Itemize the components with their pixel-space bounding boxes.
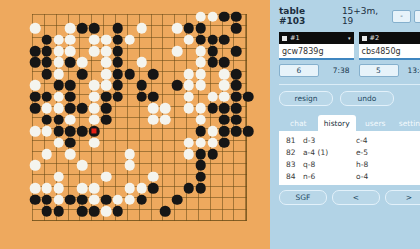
board-cell[interactable] xyxy=(168,54,180,65)
board-cell[interactable] xyxy=(192,214,204,225)
board-cell[interactable] xyxy=(144,42,156,53)
board-cell[interactable] xyxy=(121,77,133,88)
board-cell[interactable] xyxy=(227,111,239,122)
board-cell[interactable] xyxy=(85,134,97,145)
board-cell[interactable] xyxy=(180,77,192,88)
board-cell[interactable] xyxy=(204,111,216,122)
board-cell[interactable] xyxy=(133,100,145,111)
board-cell[interactable] xyxy=(85,77,97,88)
board-cell[interactable] xyxy=(156,168,168,179)
board-cell[interactable] xyxy=(38,65,50,76)
board-cell[interactable] xyxy=(133,31,145,42)
board-cell[interactable] xyxy=(38,77,50,88)
board-cell[interactable] xyxy=(216,77,228,88)
next-move-button[interactable]: > xyxy=(385,190,420,205)
board-cell[interactable] xyxy=(168,42,180,53)
board-cell[interactable] xyxy=(133,111,145,122)
board-cell[interactable] xyxy=(97,122,109,133)
board-cell[interactable] xyxy=(109,100,121,111)
board-cell[interactable] xyxy=(50,134,62,145)
board-cell[interactable] xyxy=(38,8,50,19)
board-cell[interactable] xyxy=(168,31,180,42)
board-cell[interactable] xyxy=(73,8,85,19)
board-cell[interactable] xyxy=(239,168,251,179)
board-cell[interactable] xyxy=(144,168,156,179)
board-cell[interactable] xyxy=(62,111,74,122)
board-cell[interactable] xyxy=(168,168,180,179)
board-cell[interactable] xyxy=(73,202,85,213)
board-cell[interactable] xyxy=(156,157,168,168)
board-cell[interactable] xyxy=(26,88,38,99)
board-cell[interactable] xyxy=(133,54,145,65)
board-cell[interactable] xyxy=(26,31,38,42)
board-cell[interactable] xyxy=(168,202,180,213)
board-cell[interactable] xyxy=(97,31,109,42)
board-cell[interactable] xyxy=(227,100,239,111)
board-cell[interactable] xyxy=(180,180,192,191)
board-cell[interactable] xyxy=(50,8,62,19)
board-cell[interactable] xyxy=(239,88,251,99)
board-cell[interactable] xyxy=(133,122,145,133)
board-cell[interactable] xyxy=(144,134,156,145)
board-cell[interactable] xyxy=(85,19,97,30)
board-cell[interactable] xyxy=(73,180,85,191)
board-cell[interactable] xyxy=(192,42,204,53)
board-cell[interactable] xyxy=(26,168,38,179)
board-cell[interactable] xyxy=(239,100,251,111)
board-cell[interactable] xyxy=(192,122,204,133)
board-cell[interactable] xyxy=(239,134,251,145)
board-cell[interactable] xyxy=(180,42,192,53)
board-cell[interactable] xyxy=(192,202,204,213)
board-cell[interactable] xyxy=(26,42,38,53)
board-cell[interactable] xyxy=(144,77,156,88)
board-cell[interactable] xyxy=(38,191,50,202)
close-button[interactable]: X xyxy=(414,10,420,23)
board-cell[interactable] xyxy=(204,8,216,19)
board-cell[interactable] xyxy=(109,168,121,179)
board-cell[interactable] xyxy=(62,19,74,30)
board-cell[interactable] xyxy=(121,8,133,19)
board-cell[interactable] xyxy=(97,19,109,30)
board-cell[interactable] xyxy=(85,88,97,99)
board-cell[interactable] xyxy=(121,214,133,225)
board-cell[interactable] xyxy=(109,180,121,191)
board-cell[interactable] xyxy=(192,31,204,42)
board-cell[interactable] xyxy=(97,145,109,156)
board-cell[interactable] xyxy=(180,8,192,19)
board-cell[interactable] xyxy=(121,31,133,42)
board-cell[interactable] xyxy=(85,168,97,179)
board-cell[interactable] xyxy=(168,100,180,111)
board-cell[interactable] xyxy=(204,54,216,65)
board-cell[interactable] xyxy=(85,100,97,111)
board-cell[interactable] xyxy=(133,134,145,145)
board-cell[interactable] xyxy=(133,88,145,99)
board-cell[interactable] xyxy=(180,214,192,225)
board-cell[interactable] xyxy=(97,180,109,191)
board-cell[interactable] xyxy=(133,65,145,76)
board-cell[interactable] xyxy=(97,134,109,145)
board-cell[interactable] xyxy=(109,157,121,168)
board-cell[interactable] xyxy=(38,42,50,53)
board-cell[interactable] xyxy=(180,31,192,42)
board-cell[interactable] xyxy=(62,100,74,111)
board-cell[interactable] xyxy=(216,122,228,133)
board-cell[interactable] xyxy=(109,88,121,99)
board-cell[interactable] xyxy=(38,19,50,30)
board-cell[interactable] xyxy=(216,88,228,99)
board-cell[interactable] xyxy=(97,65,109,76)
board-cell[interactable] xyxy=(121,168,133,179)
board-cell[interactable] xyxy=(239,122,251,133)
board-cell[interactable] xyxy=(168,77,180,88)
board-cell[interactable] xyxy=(121,42,133,53)
board-cell[interactable] xyxy=(156,111,168,122)
player2-captures-button[interactable]: 5 xyxy=(359,64,399,77)
board-cell[interactable] xyxy=(239,202,251,213)
board-cell[interactable] xyxy=(227,42,239,53)
board-cell[interactable] xyxy=(85,31,97,42)
board-cell[interactable] xyxy=(109,8,121,19)
board-cell[interactable] xyxy=(38,157,50,168)
tab-chat[interactable]: chat xyxy=(279,115,318,131)
board-cell[interactable] xyxy=(26,19,38,30)
board-cell[interactable] xyxy=(192,180,204,191)
tab-history[interactable]: history xyxy=(318,115,357,131)
board-cell[interactable] xyxy=(50,157,62,168)
board-cell[interactable] xyxy=(216,65,228,76)
board-cell[interactable] xyxy=(144,157,156,168)
board-cell[interactable] xyxy=(204,65,216,76)
board-cell[interactable] xyxy=(227,145,239,156)
board-cell[interactable] xyxy=(26,191,38,202)
board-cell[interactable] xyxy=(239,180,251,191)
board-cell[interactable] xyxy=(62,134,74,145)
board-cell[interactable] xyxy=(121,65,133,76)
board-cell[interactable] xyxy=(168,19,180,30)
board-cell[interactable] xyxy=(50,54,62,65)
board-cell[interactable] xyxy=(144,65,156,76)
board-cell[interactable] xyxy=(216,31,228,42)
board-cell[interactable] xyxy=(62,180,74,191)
board-cell[interactable] xyxy=(38,54,50,65)
board-cell[interactable] xyxy=(73,145,85,156)
board-cell[interactable] xyxy=(73,65,85,76)
board-cell[interactable] xyxy=(180,54,192,65)
board-cell[interactable] xyxy=(144,19,156,30)
board-cell[interactable] xyxy=(180,65,192,76)
resign-button[interactable]: resign xyxy=(279,91,333,106)
board-cell[interactable] xyxy=(168,191,180,202)
board-cell[interactable] xyxy=(62,145,74,156)
board-cell[interactable] xyxy=(85,8,97,19)
board-cell[interactable] xyxy=(50,100,62,111)
board-cell[interactable] xyxy=(73,111,85,122)
board-cell[interactable] xyxy=(192,54,204,65)
board-cell[interactable] xyxy=(216,134,228,145)
undo-button[interactable]: undo xyxy=(340,91,394,106)
board-cell[interactable] xyxy=(97,100,109,111)
board-cell[interactable] xyxy=(204,134,216,145)
board-cell[interactable] xyxy=(156,202,168,213)
board-cell[interactable] xyxy=(38,180,50,191)
board-cell[interactable] xyxy=(133,202,145,213)
board-cell[interactable] xyxy=(62,8,74,19)
board-cell[interactable] xyxy=(121,122,133,133)
board-cell[interactable] xyxy=(156,100,168,111)
board-cell[interactable] xyxy=(216,100,228,111)
player1-header[interactable]: #1 ▾ xyxy=(279,32,354,44)
board-cell[interactable] xyxy=(227,191,239,202)
board-cell[interactable] xyxy=(121,111,133,122)
tab-users[interactable]: users xyxy=(356,115,395,131)
board-cell[interactable] xyxy=(168,65,180,76)
board-cell[interactable] xyxy=(144,122,156,133)
board-cell[interactable] xyxy=(144,145,156,156)
board-cell[interactable] xyxy=(204,180,216,191)
board-cell[interactable] xyxy=(180,88,192,99)
board-cell[interactable] xyxy=(156,134,168,145)
board-cell[interactable] xyxy=(121,19,133,30)
board-cell[interactable] xyxy=(97,8,109,19)
board-cell[interactable] xyxy=(85,145,97,156)
board-cell[interactable] xyxy=(62,31,74,42)
go-board[interactable] xyxy=(26,8,251,225)
board-cell[interactable] xyxy=(97,168,109,179)
board-cell[interactable] xyxy=(50,65,62,76)
board-cell[interactable] xyxy=(97,54,109,65)
board-cell[interactable] xyxy=(109,145,121,156)
move-row[interactable]: 82 a-4 (1) e-5 xyxy=(279,146,420,158)
board-cell[interactable] xyxy=(180,157,192,168)
chevron-down-icon[interactable]: ▾ xyxy=(348,35,351,41)
board-cell[interactable] xyxy=(192,191,204,202)
board-cell[interactable] xyxy=(156,88,168,99)
board-cell[interactable] xyxy=(180,19,192,30)
board-cell[interactable] xyxy=(73,19,85,30)
board-cell[interactable] xyxy=(239,214,251,225)
board-cell[interactable] xyxy=(239,8,251,19)
board-cell[interactable] xyxy=(192,8,204,19)
board-cell[interactable] xyxy=(109,77,121,88)
board-cell[interactable] xyxy=(168,157,180,168)
player1-captures-button[interactable]: 6 xyxy=(279,64,319,77)
board-cell[interactable] xyxy=(85,214,97,225)
board-cell[interactable] xyxy=(168,8,180,19)
board-cell[interactable] xyxy=(133,214,145,225)
board-cell[interactable] xyxy=(38,168,50,179)
player2-name-field[interactable]: cbs4850g xyxy=(359,44,420,60)
board-cell[interactable] xyxy=(239,77,251,88)
board-cell[interactable] xyxy=(109,31,121,42)
board-cell[interactable] xyxy=(62,65,74,76)
board-cell[interactable] xyxy=(109,122,121,133)
board-cell[interactable] xyxy=(192,77,204,88)
board-cell[interactable] xyxy=(227,202,239,213)
board-cell[interactable] xyxy=(239,42,251,53)
board-cell[interactable] xyxy=(38,31,50,42)
board-cell[interactable] xyxy=(180,145,192,156)
board-cell[interactable] xyxy=(38,134,50,145)
board-cell[interactable] xyxy=(156,77,168,88)
board-cell[interactable] xyxy=(97,157,109,168)
board-cell[interactable] xyxy=(73,122,85,133)
tab-settings[interactable]: settings xyxy=(395,115,420,131)
board-cell[interactable] xyxy=(97,214,109,225)
board-cell[interactable] xyxy=(62,191,74,202)
board-cell[interactable] xyxy=(38,111,50,122)
board-cell[interactable] xyxy=(192,100,204,111)
board-cell[interactable] xyxy=(97,202,109,213)
board-cell[interactable] xyxy=(239,191,251,202)
board-cell[interactable] xyxy=(50,214,62,225)
board-cell[interactable] xyxy=(62,54,74,65)
board-cell[interactable] xyxy=(239,31,251,42)
board-cell[interactable] xyxy=(156,8,168,19)
board-cell[interactable] xyxy=(73,54,85,65)
board-cell[interactable] xyxy=(50,77,62,88)
board-cell[interactable] xyxy=(180,122,192,133)
board-cell[interactable] xyxy=(144,8,156,19)
board-cell[interactable] xyxy=(239,19,251,30)
board-cell[interactable] xyxy=(85,42,97,53)
board-cell[interactable] xyxy=(204,202,216,213)
board-cell[interactable] xyxy=(144,180,156,191)
board-cell[interactable] xyxy=(239,54,251,65)
board-cell[interactable] xyxy=(216,111,228,122)
board-cell[interactable] xyxy=(50,19,62,30)
board-cell[interactable] xyxy=(156,214,168,225)
board-cell[interactable] xyxy=(121,100,133,111)
board-cell[interactable] xyxy=(62,122,74,133)
board-cell[interactable] xyxy=(192,168,204,179)
board-cell[interactable] xyxy=(168,134,180,145)
board-cell[interactable] xyxy=(85,111,97,122)
board-cell[interactable] xyxy=(227,8,239,19)
board-cell[interactable] xyxy=(168,122,180,133)
board-cell[interactable] xyxy=(192,145,204,156)
board-cell[interactable] xyxy=(133,145,145,156)
board-cell[interactable] xyxy=(50,202,62,213)
board-cell[interactable] xyxy=(50,145,62,156)
board-cell[interactable] xyxy=(109,191,121,202)
board-cell[interactable] xyxy=(168,180,180,191)
board-cell[interactable] xyxy=(239,145,251,156)
board-cell[interactable] xyxy=(168,88,180,99)
board-cell[interactable] xyxy=(180,168,192,179)
board-cell[interactable] xyxy=(239,65,251,76)
board-cell[interactable] xyxy=(204,100,216,111)
board-cell[interactable] xyxy=(73,214,85,225)
board-cell[interactable] xyxy=(85,65,97,76)
board-cell[interactable] xyxy=(73,168,85,179)
board-cell[interactable] xyxy=(26,100,38,111)
board-cell[interactable] xyxy=(73,157,85,168)
board-cell[interactable] xyxy=(97,77,109,88)
board-cell[interactable] xyxy=(227,134,239,145)
board-cell[interactable] xyxy=(144,31,156,42)
board-cell[interactable] xyxy=(144,88,156,99)
board-cell[interactable] xyxy=(121,145,133,156)
board-cell[interactable] xyxy=(144,214,156,225)
board-cell[interactable] xyxy=(73,191,85,202)
board-cell[interactable] xyxy=(192,111,204,122)
board-cell[interactable] xyxy=(180,202,192,213)
board-cell[interactable] xyxy=(50,42,62,53)
board-cell[interactable] xyxy=(26,157,38,168)
board-cell[interactable] xyxy=(216,202,228,213)
board-cell[interactable] xyxy=(109,214,121,225)
board-cell[interactable] xyxy=(26,145,38,156)
board-cell[interactable] xyxy=(38,88,50,99)
board-cell[interactable] xyxy=(216,191,228,202)
board-cell[interactable] xyxy=(168,145,180,156)
move-row[interactable]: 81 d-3 c-4 xyxy=(279,134,420,146)
board-cell[interactable] xyxy=(38,145,50,156)
board-cell[interactable] xyxy=(50,180,62,191)
board-cell[interactable] xyxy=(50,122,62,133)
board-cell[interactable] xyxy=(26,202,38,213)
board-cell[interactable] xyxy=(144,111,156,122)
board-cell[interactable] xyxy=(180,111,192,122)
board-cell[interactable] xyxy=(227,168,239,179)
board-cell[interactable] xyxy=(121,180,133,191)
board-cell[interactable] xyxy=(156,180,168,191)
board-cell[interactable] xyxy=(227,180,239,191)
board-cell[interactable] xyxy=(216,180,228,191)
board-cell[interactable] xyxy=(192,88,204,99)
board-cell[interactable] xyxy=(156,19,168,30)
board-cell[interactable] xyxy=(73,100,85,111)
board-cell[interactable] xyxy=(156,145,168,156)
board-cell[interactable] xyxy=(133,191,145,202)
board-cell[interactable] xyxy=(73,77,85,88)
board-cell[interactable] xyxy=(50,111,62,122)
board-cell[interactable] xyxy=(239,111,251,122)
board-cell[interactable] xyxy=(38,202,50,213)
board-cell[interactable] xyxy=(26,180,38,191)
board-cell[interactable] xyxy=(97,88,109,99)
board-cell[interactable] xyxy=(133,168,145,179)
board-cell[interactable] xyxy=(73,134,85,145)
board-cell[interactable] xyxy=(109,19,121,30)
board-cell[interactable] xyxy=(38,214,50,225)
board-cell[interactable] xyxy=(62,168,74,179)
board-cell[interactable] xyxy=(109,42,121,53)
board-cell[interactable] xyxy=(204,31,216,42)
board-cell[interactable] xyxy=(204,145,216,156)
board-cell[interactable] xyxy=(85,122,97,133)
minimize-button[interactable]: - xyxy=(392,10,411,23)
board-cell[interactable] xyxy=(192,19,204,30)
board-cell[interactable] xyxy=(216,145,228,156)
board-cell[interactable] xyxy=(62,214,74,225)
board-cell[interactable] xyxy=(227,54,239,65)
player1-name-field[interactable]: gcw7839g xyxy=(279,44,354,60)
board-cell[interactable] xyxy=(121,157,133,168)
board-cell[interactable] xyxy=(204,168,216,179)
board-cell[interactable] xyxy=(62,157,74,168)
board-cell[interactable] xyxy=(109,202,121,213)
board-cell[interactable] xyxy=(121,202,133,213)
board-cell[interactable] xyxy=(168,214,180,225)
board-cell[interactable] xyxy=(133,42,145,53)
board-cell[interactable] xyxy=(26,8,38,19)
board-cell[interactable] xyxy=(121,191,133,202)
board-cell[interactable] xyxy=(50,168,62,179)
prev-move-button[interactable]: < xyxy=(332,190,380,205)
